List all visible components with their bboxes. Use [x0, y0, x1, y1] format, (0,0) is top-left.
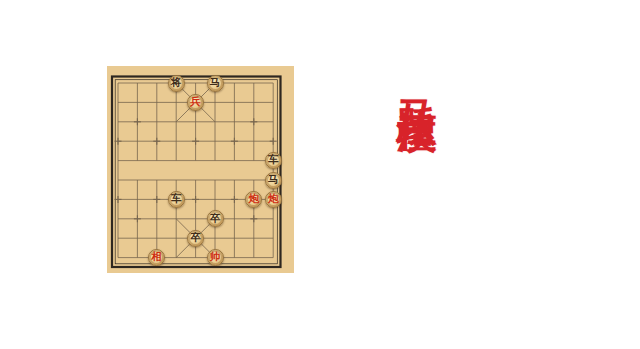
piece-black-soldier[interactable]: 卒: [207, 210, 224, 227]
piece-red-general[interactable]: 帅: [207, 249, 224, 266]
page: 将马兵车马车炮炮卒卒相帅 马跃檀溪: [0, 0, 640, 349]
piece-black-horse[interactable]: 马: [207, 75, 224, 92]
piece-black-chariot[interactable]: 车: [265, 152, 282, 169]
piece-black-horse[interactable]: 马: [265, 172, 282, 189]
piece-black-soldier[interactable]: 卒: [187, 230, 204, 247]
piece-red-soldier[interactable]: 兵: [187, 94, 204, 111]
piece-black-chariot[interactable]: 车: [168, 191, 185, 208]
piece-black-general[interactable]: 将: [168, 75, 185, 92]
page-title: 马跃檀溪: [393, 69, 439, 255]
xiangqi-board: 将马兵车马车炮炮卒卒相帅: [107, 66, 294, 273]
piece-red-cannon[interactable]: 炮: [265, 191, 282, 208]
